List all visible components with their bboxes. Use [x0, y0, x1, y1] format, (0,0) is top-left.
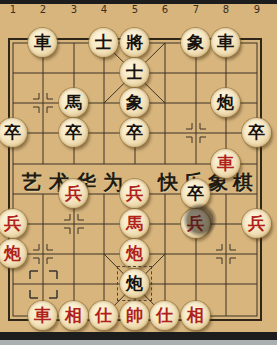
piece-兵-red[interactable]: 兵	[120, 179, 149, 208]
piece-馬-black[interactable]: 馬	[59, 88, 88, 117]
piece-炮-black[interactable]: 炮	[211, 88, 240, 117]
window-status-edge	[0, 340, 277, 345]
piece-將-black[interactable]: 將	[120, 28, 149, 57]
piece-象-black[interactable]: 象	[120, 88, 149, 117]
piece-炮-red[interactable]: 炮	[120, 239, 149, 268]
piece-仕-red[interactable]: 仕	[89, 301, 118, 330]
piece-卒-black[interactable]: 卒	[120, 118, 149, 147]
piece-兵-red[interactable]: 兵	[181, 209, 210, 238]
piece-兵-red[interactable]: 兵	[242, 209, 271, 238]
piece-車-black[interactable]: 車	[211, 28, 240, 57]
piece-車-red[interactable]: 車	[211, 149, 240, 178]
piece-士-black[interactable]: 士	[120, 58, 149, 87]
piece-帥-red[interactable]: 帥	[120, 301, 149, 330]
xiangqi-app-window: 123456789 艺术华为 快乐象棋	[0, 0, 277, 345]
bottom-window-edge	[0, 332, 277, 340]
piece-卒-black[interactable]: 卒	[59, 118, 88, 147]
piece-相-red[interactable]: 相	[181, 301, 210, 330]
piece-仕-red[interactable]: 仕	[150, 301, 179, 330]
piece-炮-black[interactable]: 炮	[120, 269, 149, 298]
piece-車-black[interactable]: 車	[28, 28, 57, 57]
piece-卒-black[interactable]: 卒	[181, 179, 210, 208]
piece-兵-red[interactable]: 兵	[59, 179, 88, 208]
piece-車-red[interactable]: 車	[28, 301, 57, 330]
piece-士-black[interactable]: 士	[89, 28, 118, 57]
piece-象-black[interactable]: 象	[181, 28, 210, 57]
piece-相-red[interactable]: 相	[59, 301, 88, 330]
piece-卒-black[interactable]: 卒	[242, 118, 271, 147]
piece-馬-red[interactable]: 馬	[120, 209, 149, 238]
